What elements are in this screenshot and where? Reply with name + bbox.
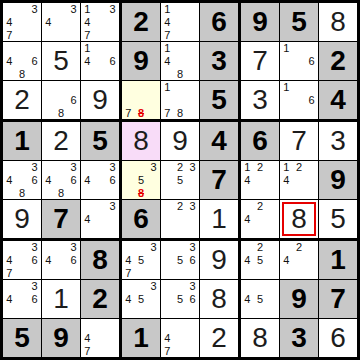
candidate-mark: 1	[283, 81, 289, 93]
candidate-mark: 5	[138, 293, 144, 305]
candidate-mark: 1	[164, 3, 170, 15]
candidate-mark: 7	[6, 267, 12, 279]
candidate-mark: 5	[138, 254, 144, 266]
pencil-grid: 34	[42, 3, 80, 41]
cell-r5c3[interactable]: 346	[81, 161, 122, 200]
cell-r1c1[interactable]: 347	[3, 3, 42, 42]
pencil-grid: 235	[161, 161, 199, 199]
candidate-mark: 2	[177, 161, 183, 173]
candidate-mark: 3	[110, 161, 116, 173]
cell-r6c6[interactable]: 1	[200, 200, 241, 241]
cell-r9c7[interactable]: 8	[241, 319, 280, 357]
solved-digit: 8	[122, 122, 160, 160]
board-row-6: 973462312485	[3, 200, 357, 241]
given-digit: 9	[280, 280, 318, 318]
cell-r4c3[interactable]: 5	[81, 122, 122, 161]
candidate-mark: 6	[110, 174, 116, 186]
candidate-mark: 3	[71, 161, 77, 173]
candidate-mark: 4	[84, 174, 90, 186]
eliminated-candidate: 8	[138, 187, 144, 199]
solved-digit: 1	[200, 200, 238, 238]
cell-r3c1[interactable]: 2	[3, 81, 42, 122]
cell-r7c6[interactable]: 9	[200, 241, 241, 280]
board-row-7: 3467346834573569245241	[3, 241, 357, 280]
solved-digit: 8	[241, 319, 279, 357]
cell-r4c6[interactable]: 4	[200, 122, 241, 161]
cell-r9c5[interactable]: 47	[161, 319, 200, 357]
cell-r2c7[interactable]: 7	[241, 42, 280, 81]
candidate-mark: 4	[164, 16, 170, 28]
pencil-grid: 346	[81, 161, 119, 199]
cell-r3c7[interactable]: 3	[241, 81, 280, 122]
candidate-mark: 4	[6, 55, 12, 67]
cell-r9c2[interactable]: 9	[42, 319, 81, 357]
cell-r2c2[interactable]: 5	[42, 42, 81, 81]
solved-digit: 3	[319, 122, 357, 160]
cell-r9c3[interactable]: 47	[81, 319, 122, 357]
solved-digit: 9	[81, 81, 119, 119]
candidate-mark: 4	[283, 174, 289, 186]
candidate-mark: 1	[164, 81, 170, 93]
candidate-mark: 4	[6, 254, 12, 266]
cell-r2c5[interactable]: 148	[161, 42, 200, 81]
cell-r7c1[interactable]: 3467	[3, 241, 42, 280]
given-digit: 4	[200, 122, 238, 160]
candidate-mark: 4	[283, 254, 289, 266]
cell-r8c3[interactable]: 2	[81, 280, 122, 319]
eliminated-candidate: 8	[138, 107, 144, 119]
solved-digit: 2	[3, 81, 41, 119]
board-row-9: 59471472836	[3, 319, 357, 357]
pencil-grid: 347	[3, 3, 41, 41]
solved-digit: 8	[280, 200, 318, 238]
cell-r2c3[interactable]: 146	[81, 42, 122, 81]
board-row-2: 4685146914837162	[3, 42, 357, 81]
candidate-mark: 7	[84, 29, 90, 41]
candidate-mark: 4	[45, 16, 51, 28]
pencil-grid: 47	[81, 319, 119, 357]
candidate-mark: 4	[45, 174, 51, 186]
cell-r8c1[interactable]: 346	[3, 280, 42, 319]
board-row-8: 3461234535684597	[3, 280, 357, 319]
cell-r4c2[interactable]: 2	[42, 122, 81, 161]
candidate-mark: 2	[296, 241, 302, 253]
solved-digit: 9	[3, 200, 41, 238]
pencil-grid: 146	[81, 42, 119, 80]
cell-r2c8[interactable]: 16	[280, 42, 319, 81]
cell-r8c2[interactable]: 1	[42, 280, 81, 319]
cell-r1c7[interactable]: 9	[241, 3, 280, 42]
cell-r5c8[interactable]: 124	[280, 161, 319, 200]
pencil-grid: 178	[161, 81, 199, 119]
given-digit: 2	[122, 3, 160, 41]
candidate-mark: 2	[257, 200, 263, 212]
candidate-mark: 2	[257, 161, 263, 173]
pencil-grid: 16	[280, 81, 318, 119]
candidate-mark: 8	[177, 107, 183, 119]
cell-r3c3[interactable]: 9	[81, 81, 122, 122]
candidate-mark: 3	[32, 280, 38, 292]
candidate-mark: 4	[84, 213, 90, 225]
candidate-mark: 3	[110, 200, 116, 212]
board-row-1: 34734134721476958	[3, 3, 357, 42]
candidate-mark: 5	[177, 293, 183, 305]
candidate-mark: 7	[125, 267, 131, 279]
candidate-mark: 3	[110, 3, 116, 15]
candidate-mark: 3	[190, 241, 196, 253]
pencil-grid: 358	[122, 161, 160, 199]
candidate-mark: 6	[71, 94, 77, 106]
cell-r5c5[interactable]: 235	[161, 161, 200, 200]
candidate-mark: 6	[309, 94, 315, 106]
candidate-mark: 3	[32, 3, 38, 15]
cell-r3c5[interactable]: 178	[161, 81, 200, 122]
given-digit: 2	[81, 280, 119, 318]
pencil-grid: 346	[42, 241, 80, 279]
cell-r1c2[interactable]: 34	[42, 3, 81, 42]
candidate-mark: 4	[45, 254, 51, 266]
pencil-grid: 148	[161, 42, 199, 80]
candidate-mark: 3	[71, 241, 77, 253]
candidate-mark: 3	[151, 241, 157, 253]
pencil-grid: 356	[161, 280, 199, 318]
candidate-mark: 4	[244, 293, 250, 305]
cell-r1c9[interactable]: 8	[319, 3, 357, 42]
candidate-mark: 6	[32, 55, 38, 67]
solved-digit: 2	[200, 319, 238, 357]
candidate-mark: 2	[296, 161, 302, 173]
cell-r3c4[interactable]: 78	[122, 81, 161, 122]
cell-r9c6[interactable]: 2	[200, 319, 241, 357]
pencil-grid: 468	[3, 42, 41, 80]
candidate-mark: 1	[283, 42, 289, 54]
given-digit: 7	[42, 200, 80, 238]
pencil-grid: 346	[3, 280, 41, 318]
cell-r6c4[interactable]: 6	[122, 200, 161, 241]
candidate-mark: 1	[244, 161, 250, 173]
board-row-5: 3468346834635823571241249	[3, 161, 357, 200]
candidate-mark: 8	[177, 68, 183, 80]
cell-r8c9[interactable]: 7	[319, 280, 357, 319]
cell-r3c8[interactable]: 16	[280, 81, 319, 122]
candidate-mark: 3	[71, 3, 77, 15]
candidate-mark: 4	[6, 16, 12, 28]
candidate-mark: 6	[32, 254, 38, 266]
candidate-mark: 8	[58, 107, 64, 119]
pencil-grid: 45	[241, 280, 279, 318]
candidate-mark: 3	[32, 241, 38, 253]
candidate-mark: 7	[164, 107, 170, 119]
cell-r1c4[interactable]: 2	[122, 3, 161, 42]
candidate-mark: 5	[257, 293, 263, 305]
cell-r7c4[interactable]: 3457	[122, 241, 161, 280]
solved-digit: 2	[42, 122, 80, 160]
cell-r4c5[interactable]: 9	[161, 122, 200, 161]
cell-r6c8[interactable]: 8	[280, 200, 319, 241]
pencil-grid: 24	[280, 241, 318, 279]
pencil-grid: 345	[122, 280, 160, 318]
candidate-mark: 3	[151, 280, 157, 292]
given-digit: 5	[200, 81, 238, 119]
candidate-mark: 2	[257, 241, 263, 253]
candidate-mark: 1	[84, 42, 90, 54]
solved-digit: 9	[161, 122, 199, 160]
cell-r1c5[interactable]: 147	[161, 3, 200, 42]
candidate-mark: 6	[32, 293, 38, 305]
given-digit: 2	[319, 42, 357, 80]
candidate-mark: 7	[84, 345, 90, 357]
candidate-mark: 4	[84, 332, 90, 344]
cell-r6c2[interactable]: 7	[42, 200, 81, 241]
cell-r2c9[interactable]: 2	[319, 42, 357, 81]
candidate-mark: 8	[19, 68, 25, 80]
cell-r2c1[interactable]: 468	[3, 42, 42, 81]
cell-r6c3[interactable]: 34	[81, 200, 122, 241]
candidate-mark: 6	[71, 174, 77, 186]
candidate-mark: 4	[244, 213, 250, 225]
pencil-grid: 1347	[81, 3, 119, 41]
given-digit: 1	[319, 241, 357, 279]
given-digit: 9	[42, 319, 80, 357]
candidate-mark: 1	[84, 3, 90, 15]
cell-r8c7[interactable]: 45	[241, 280, 280, 319]
pencil-grid: 23	[161, 200, 199, 238]
candidate-mark: 4	[164, 55, 170, 67]
cell-r3c2[interactable]: 68	[42, 81, 81, 122]
given-digit: 9	[241, 3, 279, 41]
pencil-grid: 34	[81, 200, 119, 238]
given-digit: 5	[280, 3, 318, 41]
given-digit: 3	[280, 319, 318, 357]
candidate-mark: 7	[6, 29, 12, 41]
candidate-mark: 4	[244, 174, 250, 186]
cell-r2c4[interactable]: 9	[122, 42, 161, 81]
cell-r8c4[interactable]: 345	[122, 280, 161, 319]
solved-digit: 1	[42, 280, 80, 318]
cell-r5c6[interactable]: 7	[200, 161, 241, 200]
given-digit: 4	[319, 81, 357, 119]
cell-r8c6[interactable]: 8	[200, 280, 241, 319]
pencil-grid: 3457	[122, 241, 160, 279]
cell-r5c9[interactable]: 9	[319, 161, 357, 200]
given-digit: 7	[200, 161, 238, 199]
candidate-mark: 6	[110, 55, 116, 67]
pencil-grid: 124	[241, 161, 279, 199]
cell-r4c7[interactable]: 6	[241, 122, 280, 161]
pencil-grid: 356	[161, 241, 199, 279]
given-digit: 8	[81, 241, 119, 279]
pencil-grid: 68	[42, 81, 80, 119]
given-digit: 9	[122, 42, 160, 80]
candidate-mark: 6	[309, 55, 315, 67]
candidate-mark: 4	[125, 254, 131, 266]
candidate-mark: 4	[84, 16, 90, 28]
candidate-mark: 3	[151, 161, 157, 173]
candidate-mark: 7	[125, 107, 131, 119]
candidate-mark: 4	[6, 174, 12, 186]
cell-r7c7[interactable]: 245	[241, 241, 280, 280]
candidate-mark: 3	[190, 200, 196, 212]
cell-r9c9[interactable]: 6	[319, 319, 357, 357]
cell-r7c3[interactable]: 8	[81, 241, 122, 280]
given-digit: 6	[200, 3, 238, 41]
given-digit: 6	[241, 122, 279, 160]
pencil-grid: 3468	[3, 161, 41, 199]
cell-r4c8[interactable]: 7	[280, 122, 319, 161]
candidate-mark: 8	[58, 187, 64, 199]
given-digit: 6	[122, 200, 160, 238]
cell-r4c9[interactable]: 3	[319, 122, 357, 161]
cell-r6c9[interactable]: 5	[319, 200, 357, 241]
candidate-mark: 5	[138, 174, 144, 186]
solved-digit: 3	[241, 81, 279, 119]
cell-r7c5[interactable]: 356	[161, 241, 200, 280]
cell-r6c1[interactable]: 9	[3, 200, 42, 241]
candidate-mark: 4	[244, 254, 250, 266]
pencil-grid: 47	[161, 319, 199, 357]
pencil-grid: 3468	[42, 161, 80, 199]
candidate-mark: 3	[190, 161, 196, 173]
solved-digit: 5	[319, 200, 357, 238]
cell-r7c8[interactable]: 24	[280, 241, 319, 280]
board-row-3: 26897817853164	[3, 81, 357, 122]
pencil-grid: 16	[280, 42, 318, 80]
cell-r3c6[interactable]: 5	[200, 81, 241, 122]
candidate-mark: 5	[257, 254, 263, 266]
pencil-grid: 3467	[3, 241, 41, 279]
cell-r5c2[interactable]: 3468	[42, 161, 81, 200]
candidate-mark: 4	[164, 332, 170, 344]
candidate-mark: 6	[190, 254, 196, 266]
given-digit: 1	[3, 122, 41, 160]
given-digit: 9	[319, 161, 357, 199]
cell-r7c2[interactable]: 346	[42, 241, 81, 280]
cell-r8c5[interactable]: 356	[161, 280, 200, 319]
given-digit: 1	[122, 319, 160, 357]
cell-r8c8[interactable]: 9	[280, 280, 319, 319]
cell-r9c8[interactable]: 3	[280, 319, 319, 357]
given-digit: 5	[81, 122, 119, 160]
cell-r4c1[interactable]: 1	[3, 122, 42, 161]
cell-r3c9[interactable]: 4	[319, 81, 357, 122]
candidate-mark: 7	[164, 345, 170, 357]
cell-r7c9[interactable]: 1	[319, 241, 357, 280]
solved-digit: 7	[241, 42, 279, 80]
candidate-mark: 6	[190, 293, 196, 305]
candidate-mark: 8	[19, 187, 25, 199]
candidate-mark: 1	[283, 161, 289, 173]
solved-digit: 8	[319, 3, 357, 41]
cell-r1c6[interactable]: 6	[200, 3, 241, 42]
cell-r5c4[interactable]: 358	[122, 161, 161, 200]
given-digit: 7	[319, 280, 357, 318]
solved-digit: 9	[200, 241, 238, 279]
cell-r9c1[interactable]: 5	[3, 319, 42, 357]
pencil-grid: 245	[241, 241, 279, 279]
candidate-mark: 4	[6, 293, 12, 305]
board-row-4: 125894673	[3, 122, 357, 161]
candidate-mark: 5	[177, 174, 183, 186]
cell-r6c5[interactable]: 23	[161, 200, 200, 241]
solved-digit: 5	[42, 42, 80, 80]
cell-r1c8[interactable]: 5	[280, 3, 319, 42]
sudoku-board: 3473413472147695846851469148371622689781…	[0, 0, 360, 360]
cell-r2c6[interactable]: 3	[200, 42, 241, 81]
candidate-mark: 3	[190, 280, 196, 292]
candidate-mark: 5	[177, 254, 183, 266]
candidate-mark: 7	[164, 29, 170, 41]
candidate-mark: 3	[32, 161, 38, 173]
solved-digit: 7	[280, 122, 318, 160]
cell-r5c1[interactable]: 3468	[3, 161, 42, 200]
pencil-grid: 147	[161, 3, 199, 41]
candidate-mark: 4	[84, 55, 90, 67]
cell-r4c4[interactable]: 8	[122, 122, 161, 161]
candidate-mark: 1	[164, 42, 170, 54]
solved-digit: 6	[319, 319, 357, 357]
candidate-mark: 2	[177, 200, 183, 212]
candidate-mark: 4	[125, 293, 131, 305]
pencil-grid: 78	[122, 81, 160, 119]
given-digit: 5	[3, 319, 41, 357]
solved-digit: 8	[200, 280, 238, 318]
cell-r6c7[interactable]: 24	[241, 200, 280, 241]
given-digit: 3	[200, 42, 238, 80]
candidate-mark: 6	[71, 254, 77, 266]
cell-r9c4[interactable]: 1	[122, 319, 161, 357]
pencil-grid: 24	[241, 200, 279, 238]
cell-r1c3[interactable]: 1347	[81, 3, 122, 42]
candidate-mark: 6	[32, 174, 38, 186]
cell-r5c7[interactable]: 124	[241, 161, 280, 200]
pencil-grid: 124	[280, 161, 318, 199]
